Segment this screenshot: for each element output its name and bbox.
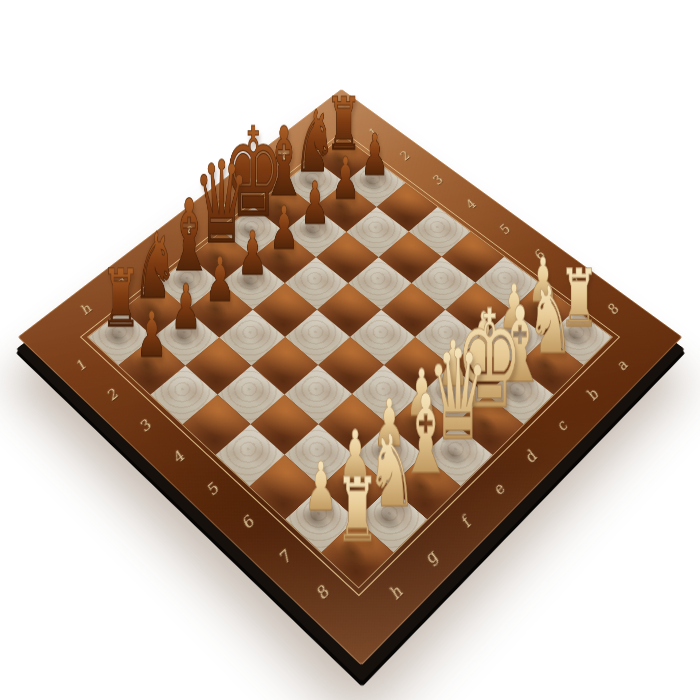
chess-board: ♜♟♟♜♞♟♟♞♝♟♟♝♚♟♟♚♛♟♟♛♝♟♟♝♞♟♟♞♜♟♟♜ 1234567… — [18, 89, 683, 666]
piece-light-rook: ♜ — [312, 467, 403, 556]
piece-dark-pawn: ♟ — [110, 305, 194, 368]
rank-label-1: 1 — [50, 340, 110, 391]
board-grid: ♜♟♟♜♞♟♟♞♝♟♟♝♚♟♟♚♛♟♟♛♝♟♟♝♞♟♟♞♜♟♟♜ — [87, 136, 613, 589]
product-photo-scene: ♜♟♟♜♞♟♟♞♝♟♟♝♚♟♟♚♛♟♟♛♝♟♟♝♞♟♟♞♜♟♟♜ 1234567… — [0, 0, 700, 700]
square-h2: ♟ — [119, 337, 185, 394]
board-pinstripe-border: ♜♟♟♜♞♟♟♞♝♟♟♝♚♟♟♚♛♟♟♛♝♟♟♝♞♟♟♞♜♟♟♜ — [80, 131, 620, 596]
